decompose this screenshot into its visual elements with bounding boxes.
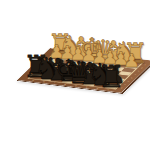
chess-set-photo: hgfedcba 12345678 ♜♞♝♛♚♝♞♜♟♟♟♟♟♟♟♟♟♟♟♟♟♟… — [0, 0, 150, 150]
file-label-a: a — [102, 89, 114, 91]
chess-board: hgfedcba 12345678 — [16, 48, 150, 94]
rank-label-8: 8 — [119, 86, 124, 90]
